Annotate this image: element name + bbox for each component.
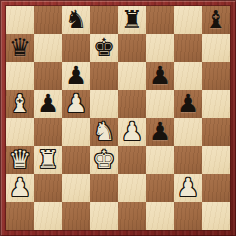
piece-black-queen[interactable]: ♛ [9, 34, 31, 62]
square-h5[interactable] [202, 90, 230, 118]
square-d7[interactable]: ♚ [90, 34, 118, 62]
square-b5[interactable]: ♟ [34, 90, 62, 118]
square-e4[interactable]: ♟ [118, 118, 146, 146]
square-g1[interactable] [174, 202, 202, 230]
square-g8[interactable] [174, 6, 202, 34]
square-f8[interactable] [146, 6, 174, 34]
square-e6[interactable] [118, 62, 146, 90]
square-b3[interactable]: ♜ [34, 146, 62, 174]
square-f5[interactable] [146, 90, 174, 118]
square-h4[interactable] [202, 118, 230, 146]
square-b7[interactable] [34, 34, 62, 62]
square-f7[interactable] [146, 34, 174, 62]
square-d8[interactable] [90, 6, 118, 34]
square-g5[interactable]: ♟ [174, 90, 202, 118]
piece-black-pawn[interactable]: ♟ [65, 62, 87, 90]
piece-white-bishop[interactable]: ♝ [9, 90, 31, 118]
square-d4[interactable]: ♞ [90, 118, 118, 146]
piece-black-knight[interactable]: ♞ [65, 6, 87, 34]
square-b8[interactable] [34, 6, 62, 34]
square-h7[interactable] [202, 34, 230, 62]
square-b1[interactable] [34, 202, 62, 230]
square-g7[interactable] [174, 34, 202, 62]
square-f4[interactable]: ♟ [146, 118, 174, 146]
piece-white-pawn[interactable]: ♟ [177, 174, 199, 202]
square-a5[interactable]: ♝ [6, 90, 34, 118]
square-h2[interactable] [202, 174, 230, 202]
piece-white-queen[interactable]: ♛ [9, 146, 31, 174]
square-a7[interactable]: ♛ [6, 34, 34, 62]
chessboard-frame: ♞♜♝♛♚♟♟♝♟♟♟♞♟♟♛♜♚♟♟ [0, 0, 236, 236]
square-h8[interactable]: ♝ [202, 6, 230, 34]
square-e8[interactable]: ♜ [118, 6, 146, 34]
square-a3[interactable]: ♛ [6, 146, 34, 174]
piece-black-pawn[interactable]: ♟ [177, 90, 199, 118]
square-c7[interactable] [62, 34, 90, 62]
square-e5[interactable] [118, 90, 146, 118]
piece-white-rook[interactable]: ♜ [37, 146, 59, 174]
square-e2[interactable] [118, 174, 146, 202]
square-d6[interactable] [90, 62, 118, 90]
chessboard: ♞♜♝♛♚♟♟♝♟♟♟♞♟♟♛♜♚♟♟ [6, 6, 230, 230]
square-c5[interactable]: ♟ [62, 90, 90, 118]
piece-black-pawn[interactable]: ♟ [149, 62, 171, 90]
square-a4[interactable] [6, 118, 34, 146]
square-a8[interactable] [6, 6, 34, 34]
piece-black-rook[interactable]: ♜ [121, 6, 143, 34]
square-h1[interactable] [202, 202, 230, 230]
piece-white-king[interactable]: ♚ [93, 146, 115, 174]
square-a6[interactable] [6, 62, 34, 90]
piece-black-king[interactable]: ♚ [93, 34, 115, 62]
square-e1[interactable] [118, 202, 146, 230]
piece-black-pawn[interactable]: ♟ [149, 118, 171, 146]
square-d5[interactable] [90, 90, 118, 118]
square-f6[interactable]: ♟ [146, 62, 174, 90]
square-d3[interactable]: ♚ [90, 146, 118, 174]
square-c3[interactable] [62, 146, 90, 174]
square-c8[interactable]: ♞ [62, 6, 90, 34]
square-g2[interactable]: ♟ [174, 174, 202, 202]
square-g6[interactable] [174, 62, 202, 90]
piece-white-pawn[interactable]: ♟ [121, 118, 143, 146]
square-b2[interactable] [34, 174, 62, 202]
square-c6[interactable]: ♟ [62, 62, 90, 90]
square-c1[interactable] [62, 202, 90, 230]
square-h6[interactable] [202, 62, 230, 90]
square-a2[interactable]: ♟ [6, 174, 34, 202]
square-c2[interactable] [62, 174, 90, 202]
piece-white-pawn[interactable]: ♟ [9, 174, 31, 202]
square-a1[interactable] [6, 202, 34, 230]
square-d1[interactable] [90, 202, 118, 230]
square-f3[interactable] [146, 146, 174, 174]
square-g4[interactable] [174, 118, 202, 146]
piece-black-bishop[interactable]: ♝ [205, 6, 227, 34]
square-b6[interactable] [34, 62, 62, 90]
square-e7[interactable] [118, 34, 146, 62]
square-h3[interactable] [202, 146, 230, 174]
square-g3[interactable] [174, 146, 202, 174]
square-e3[interactable] [118, 146, 146, 174]
square-f2[interactable] [146, 174, 174, 202]
piece-white-knight[interactable]: ♞ [93, 118, 115, 146]
piece-black-pawn[interactable]: ♟ [37, 90, 59, 118]
square-f1[interactable] [146, 202, 174, 230]
square-c4[interactable] [62, 118, 90, 146]
square-b4[interactable] [34, 118, 62, 146]
square-d2[interactable] [90, 174, 118, 202]
piece-white-pawn[interactable]: ♟ [65, 90, 87, 118]
